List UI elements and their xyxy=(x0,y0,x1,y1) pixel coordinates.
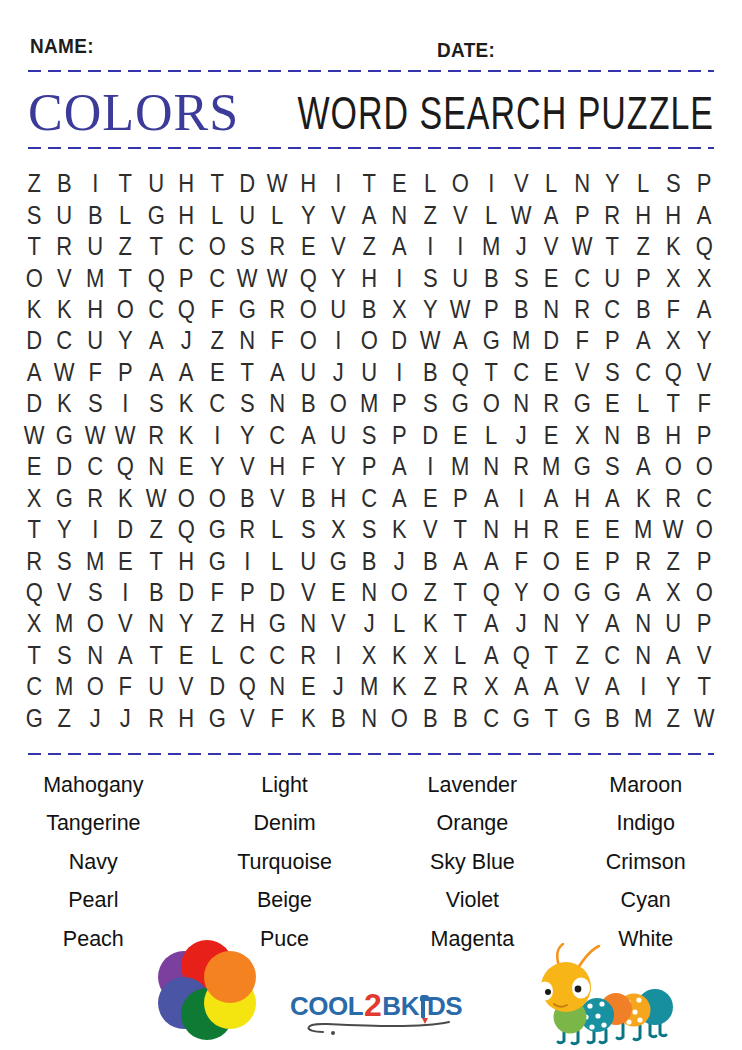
grid-cell-r8c5[interactable]: S xyxy=(143,388,170,419)
grid-cell-r11c14[interactable]: E xyxy=(416,482,443,513)
grid-cell-r13c2[interactable]: S xyxy=(51,545,78,576)
grid-cell-r9c8[interactable]: Y xyxy=(234,420,261,451)
grid-cell-r15c16[interactable]: A xyxy=(477,608,504,639)
grid-cell-r7c14[interactable]: B xyxy=(416,357,443,388)
grid-cell-r9c1[interactable]: W xyxy=(21,420,48,451)
grid-cell-r13c16[interactable]: A xyxy=(477,545,504,576)
grid-cell-r3c6[interactable]: C xyxy=(173,231,200,262)
grid-cell-r16c16[interactable]: A xyxy=(477,640,504,671)
grid-cell-r6c16[interactable]: G xyxy=(477,325,504,356)
grid-cell-r5c13[interactable]: X xyxy=(386,294,413,325)
grid-cell-r14c18[interactable]: O xyxy=(538,577,565,608)
grid-cell-r1c14[interactable]: L xyxy=(416,168,443,199)
grid-cell-r17c8[interactable]: Q xyxy=(234,671,261,702)
grid-cell-r18c18[interactable]: T xyxy=(538,703,565,734)
grid-cell-r10c5[interactable]: N xyxy=(143,451,170,482)
grid-cell-r4c23[interactable]: X xyxy=(690,262,717,293)
grid-cell-r1c16[interactable]: I xyxy=(477,168,504,199)
grid-cell-r12c3[interactable]: I xyxy=(82,514,109,545)
grid-cell-r5c14[interactable]: Y xyxy=(416,294,443,325)
grid-cell-r3c8[interactable]: S xyxy=(234,231,261,262)
grid-cell-r3c12[interactable]: Z xyxy=(356,231,383,262)
grid-cell-r17c13[interactable]: K xyxy=(386,671,413,702)
grid-cell-r18c11[interactable]: B xyxy=(325,703,352,734)
grid-cell-r17c9[interactable]: N xyxy=(264,671,291,702)
grid-cell-r17c16[interactable]: X xyxy=(477,671,504,702)
grid-cell-r15c11[interactable]: V xyxy=(325,608,352,639)
grid-cell-r9c9[interactable]: C xyxy=(264,420,291,451)
grid-cell-r14c22[interactable]: X xyxy=(660,577,687,608)
grid-cell-r14c10[interactable]: V xyxy=(295,577,322,608)
grid-cell-r9c3[interactable]: W xyxy=(82,420,109,451)
grid-cell-r18c7[interactable]: G xyxy=(203,703,230,734)
grid-cell-r5c23[interactable]: A xyxy=(690,294,717,325)
grid-cell-r18c1[interactable]: G xyxy=(21,703,48,734)
grid-cell-r15c7[interactable]: Z xyxy=(203,608,230,639)
grid-cell-r9c12[interactable]: S xyxy=(356,420,383,451)
grid-cell-r5c5[interactable]: C xyxy=(143,294,170,325)
grid-cell-r17c12[interactable]: M xyxy=(356,671,383,702)
grid-cell-r9c14[interactable]: D xyxy=(416,420,443,451)
grid-cell-r9c11[interactable]: U xyxy=(325,420,352,451)
grid-cell-r4c8[interactable]: W xyxy=(234,262,261,293)
grid-cell-r13c14[interactable]: B xyxy=(416,545,443,576)
grid-cell-r3c23[interactable]: Q xyxy=(690,231,717,262)
grid-cell-r5c21[interactable]: B xyxy=(630,294,657,325)
grid-cell-r4c6[interactable]: P xyxy=(173,262,200,293)
grid-cell-r16c19[interactable]: Z xyxy=(569,640,596,671)
grid-cell-r14c17[interactable]: Y xyxy=(508,577,535,608)
grid-cell-r15c23[interactable]: P xyxy=(690,608,717,639)
grid-cell-r17c10[interactable]: E xyxy=(295,671,322,702)
grid-cell-r9c7[interactable]: I xyxy=(203,420,230,451)
grid-cell-r6c7[interactable]: Z xyxy=(203,325,230,356)
grid-cell-r15c17[interactable]: J xyxy=(508,608,535,639)
grid-cell-r13c15[interactable]: A xyxy=(447,545,474,576)
grid-cell-r6c17[interactable]: M xyxy=(508,325,535,356)
grid-cell-r11c15[interactable]: P xyxy=(447,482,474,513)
grid-cell-r7c9[interactable]: A xyxy=(264,357,291,388)
grid-cell-r2c17[interactable]: W xyxy=(508,199,535,230)
grid-cell-r2c1[interactable]: S xyxy=(21,199,48,230)
grid-cell-r11c10[interactable]: B xyxy=(295,482,322,513)
grid-cell-r11c1[interactable]: X xyxy=(21,482,48,513)
grid-cell-r16c10[interactable]: R xyxy=(295,640,322,671)
grid-cell-r9c18[interactable]: E xyxy=(538,420,565,451)
grid-cell-r1c20[interactable]: Y xyxy=(599,168,626,199)
grid-cell-r3c4[interactable]: Z xyxy=(112,231,139,262)
grid-cell-r2c12[interactable]: A xyxy=(356,199,383,230)
grid-cell-r5c8[interactable]: G xyxy=(234,294,261,325)
grid-cell-r4c13[interactable]: I xyxy=(386,262,413,293)
grid-cell-r12c2[interactable]: Y xyxy=(51,514,78,545)
grid-cell-r10c18[interactable]: M xyxy=(538,451,565,482)
grid-cell-r1c15[interactable]: O xyxy=(447,168,474,199)
grid-cell-r2c3[interactable]: B xyxy=(82,199,109,230)
grid-cell-r1c1[interactable]: Z xyxy=(21,168,48,199)
grid-cell-r13c17[interactable]: F xyxy=(508,545,535,576)
grid-cell-r11c19[interactable]: H xyxy=(569,482,596,513)
grid-cell-r17c5[interactable]: U xyxy=(143,671,170,702)
grid-cell-r17c11[interactable]: J xyxy=(325,671,352,702)
grid-cell-r10c14[interactable]: I xyxy=(416,451,443,482)
grid-cell-r4c1[interactable]: O xyxy=(21,262,48,293)
grid-cell-r2c7[interactable]: L xyxy=(203,199,230,230)
grid-cell-r8c21[interactable]: L xyxy=(630,388,657,419)
grid-cell-r12c11[interactable]: X xyxy=(325,514,352,545)
grid-cell-r1c4[interactable]: T xyxy=(112,168,139,199)
grid-cell-r16c13[interactable]: K xyxy=(386,640,413,671)
grid-cell-r7c16[interactable]: T xyxy=(477,357,504,388)
grid-cell-r1c17[interactable]: V xyxy=(508,168,535,199)
grid-cell-r12c1[interactable]: T xyxy=(21,514,48,545)
grid-cell-r11c22[interactable]: R xyxy=(660,482,687,513)
grid-cell-r9c4[interactable]: W xyxy=(112,420,139,451)
grid-cell-r8c10[interactable]: B xyxy=(295,388,322,419)
grid-cell-r13c3[interactable]: M xyxy=(82,545,109,576)
grid-cell-r4c18[interactable]: E xyxy=(538,262,565,293)
grid-cell-r16c12[interactable]: X xyxy=(356,640,383,671)
grid-cell-r18c13[interactable]: O xyxy=(386,703,413,734)
grid-cell-r3c9[interactable]: R xyxy=(264,231,291,262)
grid-cell-r11c7[interactable]: O xyxy=(203,482,230,513)
grid-cell-r9c10[interactable]: A xyxy=(295,420,322,451)
grid-cell-r5c10[interactable]: O xyxy=(295,294,322,325)
grid-cell-r5c1[interactable]: K xyxy=(21,294,48,325)
grid-cell-r6c11[interactable]: I xyxy=(325,325,352,356)
grid-cell-r6c1[interactable]: D xyxy=(21,325,48,356)
grid-cell-r4c5[interactable]: Q xyxy=(143,262,170,293)
grid-cell-r13c1[interactable]: R xyxy=(21,545,48,576)
grid-cell-r10c17[interactable]: R xyxy=(508,451,535,482)
grid-cell-r15c22[interactable]: U xyxy=(660,608,687,639)
grid-cell-r5c18[interactable]: N xyxy=(538,294,565,325)
grid-cell-r6c12[interactable]: O xyxy=(356,325,383,356)
grid-cell-r8c13[interactable]: P xyxy=(386,388,413,419)
grid-cell-r18c17[interactable]: G xyxy=(508,703,535,734)
grid-cell-r3c14[interactable]: I xyxy=(416,231,443,262)
grid-cell-r10c7[interactable]: Y xyxy=(203,451,230,482)
grid-cell-r13c22[interactable]: Z xyxy=(660,545,687,576)
grid-cell-r10c9[interactable]: H xyxy=(264,451,291,482)
grid-cell-r8c2[interactable]: K xyxy=(51,388,78,419)
grid-cell-r16c17[interactable]: Q xyxy=(508,640,535,671)
grid-cell-r1c19[interactable]: N xyxy=(569,168,596,199)
grid-cell-r1c5[interactable]: U xyxy=(143,168,170,199)
grid-cell-r4c4[interactable]: T xyxy=(112,262,139,293)
grid-cell-r15c6[interactable]: Y xyxy=(173,608,200,639)
grid-cell-r11c2[interactable]: G xyxy=(51,482,78,513)
grid-cell-r1c3[interactable]: I xyxy=(82,168,109,199)
grid-cell-r18c4[interactable]: J xyxy=(112,703,139,734)
grid-cell-r1c10[interactable]: H xyxy=(295,168,322,199)
grid-cell-r2c6[interactable]: H xyxy=(173,199,200,230)
grid-cell-r9c19[interactable]: X xyxy=(569,420,596,451)
grid-cell-r2c2[interactable]: U xyxy=(51,199,78,230)
grid-cell-r14c12[interactable]: N xyxy=(356,577,383,608)
grid-cell-r16c4[interactable]: A xyxy=(112,640,139,671)
grid-cell-r15c15[interactable]: T xyxy=(447,608,474,639)
grid-cell-r17c7[interactable]: D xyxy=(203,671,230,702)
grid-cell-r3c20[interactable]: T xyxy=(599,231,626,262)
grid-cell-r1c11[interactable]: I xyxy=(325,168,352,199)
grid-cell-r17c14[interactable]: Z xyxy=(416,671,443,702)
grid-cell-r8c11[interactable]: O xyxy=(325,388,352,419)
grid-cell-r12c13[interactable]: K xyxy=(386,514,413,545)
grid-cell-r3c5[interactable]: T xyxy=(143,231,170,262)
grid-cell-r6c20[interactable]: P xyxy=(599,325,626,356)
grid-cell-r15c4[interactable]: V xyxy=(112,608,139,639)
grid-cell-r7c2[interactable]: W xyxy=(51,357,78,388)
grid-cell-r7c23[interactable]: V xyxy=(690,357,717,388)
grid-cell-r18c2[interactable]: Z xyxy=(51,703,78,734)
grid-cell-r6c22[interactable]: X xyxy=(660,325,687,356)
grid-cell-r5c11[interactable]: U xyxy=(325,294,352,325)
grid-cell-r16c9[interactable]: C xyxy=(264,640,291,671)
grid-cell-r9c6[interactable]: K xyxy=(173,420,200,451)
grid-cell-r8c17[interactable]: N xyxy=(508,388,535,419)
grid-cell-r9c21[interactable]: B xyxy=(630,420,657,451)
grid-cell-r4c20[interactable]: U xyxy=(599,262,626,293)
grid-cell-r13c12[interactable]: B xyxy=(356,545,383,576)
grid-cell-r16c2[interactable]: S xyxy=(51,640,78,671)
grid-cell-r17c22[interactable]: Y xyxy=(660,671,687,702)
grid-cell-r16c14[interactable]: X xyxy=(416,640,443,671)
grid-cell-r3c7[interactable]: O xyxy=(203,231,230,262)
grid-cell-r12c12[interactable]: S xyxy=(356,514,383,545)
grid-cell-r8c22[interactable]: T xyxy=(660,388,687,419)
grid-cell-r9c23[interactable]: P xyxy=(690,420,717,451)
grid-cell-r12c14[interactable]: V xyxy=(416,514,443,545)
grid-cell-r10c6[interactable]: E xyxy=(173,451,200,482)
grid-cell-r7c1[interactable]: A xyxy=(21,357,48,388)
grid-cell-r7c5[interactable]: A xyxy=(143,357,170,388)
grid-cell-r3c11[interactable]: V xyxy=(325,231,352,262)
grid-cell-r17c18[interactable]: A xyxy=(538,671,565,702)
grid-cell-r12c19[interactable]: E xyxy=(569,514,596,545)
grid-cell-r6c19[interactable]: F xyxy=(569,325,596,356)
grid-cell-r10c23[interactable]: O xyxy=(690,451,717,482)
grid-cell-r3c19[interactable]: W xyxy=(569,231,596,262)
grid-cell-r10c21[interactable]: A xyxy=(630,451,657,482)
grid-cell-r9c20[interactable]: N xyxy=(599,420,626,451)
grid-cell-r5c15[interactable]: W xyxy=(447,294,474,325)
grid-cell-r17c19[interactable]: V xyxy=(569,671,596,702)
grid-cell-r1c12[interactable]: T xyxy=(356,168,383,199)
grid-cell-r13c7[interactable]: G xyxy=(203,545,230,576)
grid-cell-r15c20[interactable]: A xyxy=(599,608,626,639)
grid-cell-r6c9[interactable]: F xyxy=(264,325,291,356)
grid-cell-r7c19[interactable]: V xyxy=(569,357,596,388)
grid-cell-r8c6[interactable]: K xyxy=(173,388,200,419)
grid-cell-r2c13[interactable]: N xyxy=(386,199,413,230)
grid-cell-r17c6[interactable]: V xyxy=(173,671,200,702)
grid-cell-r11c12[interactable]: C xyxy=(356,482,383,513)
grid-cell-r2c19[interactable]: P xyxy=(569,199,596,230)
grid-cell-r8c8[interactable]: S xyxy=(234,388,261,419)
grid-cell-r2c18[interactable]: A xyxy=(538,199,565,230)
grid-cell-r16c11[interactable]: I xyxy=(325,640,352,671)
grid-cell-r12c22[interactable]: W xyxy=(660,514,687,545)
grid-cell-r6c6[interactable]: J xyxy=(173,325,200,356)
grid-cell-r12c10[interactable]: S xyxy=(295,514,322,545)
grid-cell-r18c19[interactable]: G xyxy=(569,703,596,734)
grid-cell-r13c11[interactable]: G xyxy=(325,545,352,576)
grid-cell-r3c16[interactable]: M xyxy=(477,231,504,262)
grid-cell-r5c16[interactable]: P xyxy=(477,294,504,325)
grid-cell-r11c11[interactable]: H xyxy=(325,482,352,513)
grid-cell-r10c19[interactable]: G xyxy=(569,451,596,482)
grid-cell-r15c2[interactable]: M xyxy=(51,608,78,639)
grid-cell-r14c23[interactable]: O xyxy=(690,577,717,608)
grid-cell-r7c11[interactable]: J xyxy=(325,357,352,388)
grid-cell-r18c10[interactable]: K xyxy=(295,703,322,734)
grid-cell-r2c16[interactable]: L xyxy=(477,199,504,230)
grid-cell-r14c3[interactable]: S xyxy=(82,577,109,608)
grid-cell-r8c18[interactable]: R xyxy=(538,388,565,419)
grid-cell-r10c1[interactable]: E xyxy=(21,451,48,482)
grid-cell-r13c4[interactable]: E xyxy=(112,545,139,576)
grid-cell-r14c9[interactable]: D xyxy=(264,577,291,608)
grid-cell-r16c7[interactable]: L xyxy=(203,640,230,671)
grid-cell-r10c4[interactable]: Q xyxy=(112,451,139,482)
grid-cell-r10c2[interactable]: D xyxy=(51,451,78,482)
grid-cell-r1c22[interactable]: S xyxy=(660,168,687,199)
grid-cell-r12c15[interactable]: T xyxy=(447,514,474,545)
grid-cell-r2c8[interactable]: U xyxy=(234,199,261,230)
grid-cell-r16c20[interactable]: C xyxy=(599,640,626,671)
grid-cell-r12c16[interactable]: N xyxy=(477,514,504,545)
grid-cell-r4c16[interactable]: B xyxy=(477,262,504,293)
grid-cell-r11c4[interactable]: K xyxy=(112,482,139,513)
grid-cell-r1c23[interactable]: P xyxy=(690,168,717,199)
grid-cell-r9c13[interactable]: P xyxy=(386,420,413,451)
grid-cell-r14c5[interactable]: B xyxy=(143,577,170,608)
grid-cell-r14c1[interactable]: Q xyxy=(21,577,48,608)
grid-cell-r13c5[interactable]: T xyxy=(143,545,170,576)
grid-cell-r1c7[interactable]: T xyxy=(203,168,230,199)
grid-cell-r8c15[interactable]: G xyxy=(447,388,474,419)
grid-cell-r7c17[interactable]: C xyxy=(508,357,535,388)
grid-cell-r14c16[interactable]: Q xyxy=(477,577,504,608)
grid-cell-r18c15[interactable]: B xyxy=(447,703,474,734)
grid-cell-r18c21[interactable]: M xyxy=(630,703,657,734)
grid-cell-r15c10[interactable]: N xyxy=(295,608,322,639)
grid-cell-r4c22[interactable]: X xyxy=(660,262,687,293)
grid-cell-r1c8[interactable]: D xyxy=(234,168,261,199)
grid-cell-r5c22[interactable]: F xyxy=(660,294,687,325)
grid-cell-r5c17[interactable]: B xyxy=(508,294,535,325)
grid-cell-r6c5[interactable]: A xyxy=(143,325,170,356)
grid-cell-r6c14[interactable]: W xyxy=(416,325,443,356)
grid-cell-r2c9[interactable]: L xyxy=(264,199,291,230)
grid-cell-r10c8[interactable]: V xyxy=(234,451,261,482)
grid-cell-r8c19[interactable]: G xyxy=(569,388,596,419)
grid-cell-r2c22[interactable]: H xyxy=(660,199,687,230)
grid-cell-r13c23[interactable]: P xyxy=(690,545,717,576)
grid-cell-r17c20[interactable]: A xyxy=(599,671,626,702)
grid-cell-r10c13[interactable]: A xyxy=(386,451,413,482)
grid-cell-r5c3[interactable]: H xyxy=(82,294,109,325)
grid-cell-r17c23[interactable]: T xyxy=(690,671,717,702)
grid-cell-r7c12[interactable]: U xyxy=(356,357,383,388)
grid-cell-r17c15[interactable]: R xyxy=(447,671,474,702)
grid-cell-r7c6[interactable]: A xyxy=(173,357,200,388)
grid-cell-r5c2[interactable]: K xyxy=(51,294,78,325)
grid-cell-r12c8[interactable]: R xyxy=(234,514,261,545)
grid-cell-r4c14[interactable]: S xyxy=(416,262,443,293)
grid-cell-r2c15[interactable]: V xyxy=(447,199,474,230)
grid-cell-r3c2[interactable]: R xyxy=(51,231,78,262)
grid-cell-r15c8[interactable]: H xyxy=(234,608,261,639)
grid-cell-r3c21[interactable]: Z xyxy=(630,231,657,262)
grid-cell-r7c10[interactable]: U xyxy=(295,357,322,388)
grid-cell-r18c8[interactable]: V xyxy=(234,703,261,734)
grid-cell-r6c10[interactable]: O xyxy=(295,325,322,356)
grid-cell-r12c7[interactable]: G xyxy=(203,514,230,545)
grid-cell-r5c4[interactable]: O xyxy=(112,294,139,325)
grid-cell-r14c20[interactable]: G xyxy=(599,577,626,608)
grid-cell-r10c12[interactable]: P xyxy=(356,451,383,482)
grid-cell-r10c22[interactable]: O xyxy=(660,451,687,482)
grid-cell-r9c16[interactable]: L xyxy=(477,420,504,451)
grid-cell-r9c2[interactable]: G xyxy=(51,420,78,451)
grid-cell-r13c6[interactable]: H xyxy=(173,545,200,576)
grid-cell-r15c18[interactable]: N xyxy=(538,608,565,639)
grid-cell-r2c4[interactable]: L xyxy=(112,199,139,230)
grid-cell-r15c1[interactable]: X xyxy=(21,608,48,639)
grid-cell-r11c17[interactable]: I xyxy=(508,482,535,513)
grid-cell-r5c7[interactable]: F xyxy=(203,294,230,325)
grid-cell-r4c15[interactable]: U xyxy=(447,262,474,293)
grid-cell-r6c2[interactable]: C xyxy=(51,325,78,356)
grid-cell-r8c9[interactable]: N xyxy=(264,388,291,419)
grid-cell-r4c3[interactable]: M xyxy=(82,262,109,293)
grid-cell-r9c15[interactable]: E xyxy=(447,420,474,451)
grid-cell-r7c18[interactable]: E xyxy=(538,357,565,388)
grid-cell-r18c20[interactable]: B xyxy=(599,703,626,734)
grid-cell-r2c14[interactable]: Z xyxy=(416,199,443,230)
grid-cell-r5c9[interactable]: R xyxy=(264,294,291,325)
grid-cell-r2c20[interactable]: R xyxy=(599,199,626,230)
grid-cell-r4c2[interactable]: V xyxy=(51,262,78,293)
grid-cell-r15c3[interactable]: O xyxy=(82,608,109,639)
grid-cell-r15c5[interactable]: N xyxy=(143,608,170,639)
grid-cell-r17c4[interactable]: F xyxy=(112,671,139,702)
grid-cell-r10c3[interactable]: C xyxy=(82,451,109,482)
grid-cell-r5c20[interactable]: C xyxy=(599,294,626,325)
grid-cell-r4c19[interactable]: C xyxy=(569,262,596,293)
grid-cell-r13c21[interactable]: R xyxy=(630,545,657,576)
grid-cell-r7c20[interactable]: S xyxy=(599,357,626,388)
grid-cell-r8c20[interactable]: E xyxy=(599,388,626,419)
grid-cell-r4c17[interactable]: S xyxy=(508,262,535,293)
grid-cell-r14c21[interactable]: A xyxy=(630,577,657,608)
grid-cell-r11c16[interactable]: A xyxy=(477,482,504,513)
grid-cell-r11c23[interactable]: C xyxy=(690,482,717,513)
grid-cell-r16c15[interactable]: L xyxy=(447,640,474,671)
grid-cell-r18c5[interactable]: R xyxy=(143,703,170,734)
grid-cell-r11c6[interactable]: O xyxy=(173,482,200,513)
grid-cell-r6c4[interactable]: Y xyxy=(112,325,139,356)
grid-cell-r18c14[interactable]: B xyxy=(416,703,443,734)
grid-cell-r1c21[interactable]: L xyxy=(630,168,657,199)
grid-cell-r11c5[interactable]: W xyxy=(143,482,170,513)
grid-cell-r9c17[interactable]: J xyxy=(508,420,535,451)
grid-cell-r7c4[interactable]: P xyxy=(112,357,139,388)
grid-cell-r17c2[interactable]: M xyxy=(51,671,78,702)
grid-cell-r3c3[interactable]: U xyxy=(82,231,109,262)
